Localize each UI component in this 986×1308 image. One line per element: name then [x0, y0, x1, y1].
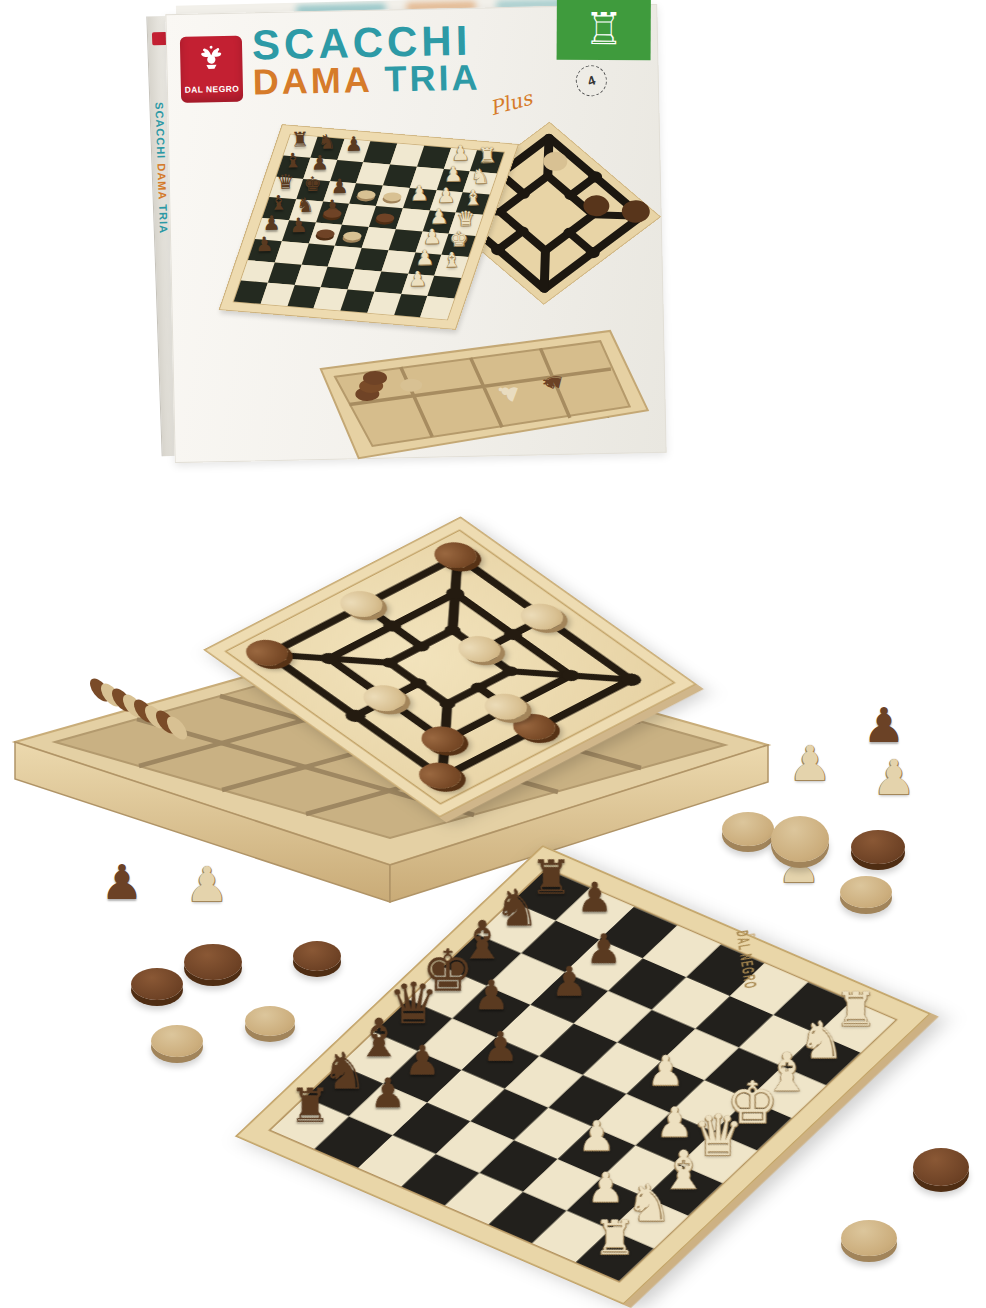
scattered-light-pawn[interactable]: ♟ — [185, 860, 228, 908]
scattered-light-pawn[interactable]: ♟ — [788, 739, 831, 787]
scattered-light-pawn[interactable]: ♟ — [872, 753, 915, 801]
scattered-light-checker-disc[interactable] — [151, 1025, 203, 1057]
scattered-light-checker-disc[interactable] — [840, 876, 892, 908]
scattered-dark-checker-disc[interactable] — [131, 968, 183, 1000]
scattered-dark-pawn[interactable]: ♟ — [100, 858, 143, 906]
scattered-light-checker-disc[interactable] — [245, 1006, 295, 1036]
scattered-light-checker-disc[interactable] — [771, 816, 829, 862]
scattered-dark-pawn[interactable]: ♟ — [862, 701, 905, 749]
scattered-light-checker-disc[interactable] — [841, 1220, 897, 1256]
scattered-pieces-layer: ♟♟♟♟♟♟ — [0, 0, 986, 1308]
scattered-dark-checker-disc[interactable] — [293, 941, 341, 971]
product-photo-canvas: SCACCHI DAMA TRIA DAL NEGRO SCACCHI DAMA… — [0, 0, 986, 1308]
scattered-dark-checker-disc[interactable] — [184, 944, 242, 980]
scattered-dark-checker-disc[interactable] — [913, 1148, 969, 1186]
scattered-dark-checker-disc[interactable] — [851, 830, 905, 864]
scattered-light-checker-disc[interactable] — [722, 812, 774, 846]
